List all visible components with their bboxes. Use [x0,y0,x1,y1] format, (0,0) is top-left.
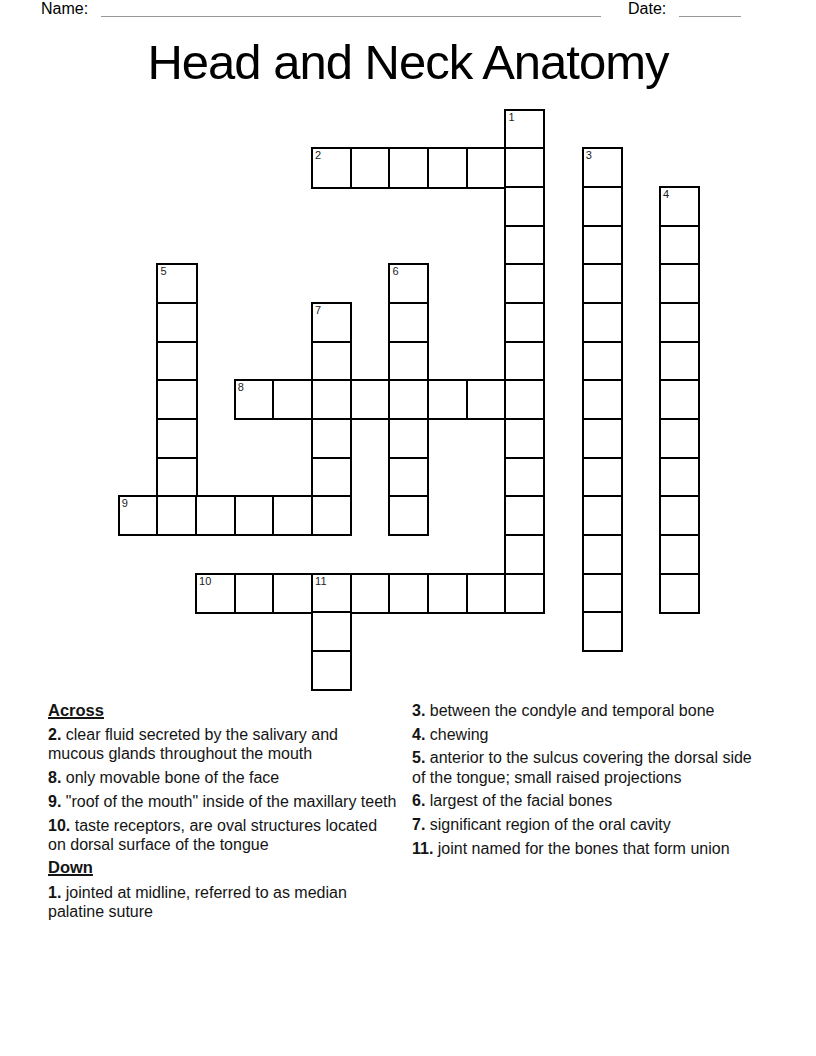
grid-cell-r1c6[interactable] [350,147,391,188]
grid-cell-r10c10[interactable] [504,495,545,536]
grid-cell-r12c9[interactable] [466,573,507,614]
grid-cell-r7c12[interactable] [582,379,623,420]
grid-cell-r1c10[interactable] [504,147,545,188]
grid-cell-r4c12[interactable] [582,263,623,304]
clue-across-9: 9. "roof of the mouth" inside of the max… [48,792,397,811]
grid-cell-r8c10[interactable] [504,418,545,459]
grid-cell-r12c8[interactable] [427,573,468,614]
down-heading: Down [48,858,397,877]
grid-cell-r4c14[interactable] [659,263,700,304]
grid-cell-r10c5[interactable] [311,495,352,536]
grid-cell-r9c7[interactable] [388,457,429,498]
grid-cell-r12c7[interactable] [388,573,429,614]
cell-number-1: 1 [508,111,514,123]
clue-number: 1. [48,884,61,901]
grid-cell-r12c4[interactable] [272,573,313,614]
cell-number-8: 8 [238,381,244,393]
grid-cell-r7c8[interactable] [427,379,468,420]
grid-cell-r6c14[interactable] [659,341,700,382]
crossword-grid: 1234567891011 [119,110,699,690]
grid-cell-r7c6[interactable] [350,379,391,420]
cell-number-3: 3 [586,149,592,161]
grid-cell-r1c9[interactable] [466,147,507,188]
date-label: Date: [628,0,666,18]
grid-cell-r11c10[interactable] [504,534,545,575]
across-heading: Across [48,701,397,720]
grid-cell-r10c2[interactable] [195,495,236,536]
clue-number: 5. [412,749,425,766]
grid-cell-r1c8[interactable] [427,147,468,188]
grid-cell-r5c1[interactable] [156,302,197,343]
grid-cell-r12c5[interactable]: 11 [311,573,352,614]
grid-cell-r9c12[interactable] [582,457,623,498]
grid-cell-r10c12[interactable] [582,495,623,536]
grid-cell-r12c6[interactable] [350,573,391,614]
grid-cell-r8c1[interactable] [156,418,197,459]
name-input-line[interactable] [101,1,601,17]
grid-cell-r7c7[interactable] [388,379,429,420]
grid-cell-r10c4[interactable] [272,495,313,536]
grid-cell-r3c12[interactable] [582,225,623,266]
grid-cell-r7c1[interactable] [156,379,197,420]
grid-cell-r7c5[interactable] [311,379,352,420]
clues-left-column: Across2. clear fluid secreted by the sal… [48,701,397,926]
grid-cell-r5c10[interactable] [504,302,545,343]
cell-number-6: 6 [392,265,398,277]
grid-cell-r7c4[interactable] [272,379,313,420]
grid-cell-r2c10[interactable] [504,186,545,227]
page-title: Head and Neck Anatomy [0,33,816,91]
grid-cell-r6c12[interactable] [582,341,623,382]
grid-cell-r4c7[interactable]: 6 [388,263,429,304]
clue-down-4: 4. chewing [412,725,764,744]
grid-cell-r12c10[interactable] [504,573,545,614]
grid-cell-r14c5[interactable] [311,650,352,691]
grid-cell-r10c3[interactable] [234,495,275,536]
grid-cell-r1c12[interactable]: 3 [582,147,623,188]
clue-number: 2. [48,726,61,743]
clue-down-6: 6. largest of the facial bones [412,791,764,810]
clue-down-11: 11. joint named for the bones that form … [412,839,764,858]
clue-number: 3. [412,702,425,719]
grid-cell-r12c14[interactable] [659,573,700,614]
grid-cell-r13c12[interactable] [582,611,623,652]
cell-number-4: 4 [663,188,669,200]
date-input-line[interactable] [679,1,741,17]
grid-cell-r5c14[interactable] [659,302,700,343]
clue-down-7: 7. significant region of the oral cavity [412,815,764,834]
clue-number: 4. [412,726,425,743]
grid-cell-r12c2[interactable]: 10 [195,573,236,614]
grid-cell-r3c14[interactable] [659,225,700,266]
grid-cell-r0c10[interactable]: 1 [504,109,545,150]
grid-cell-r11c14[interactable] [659,534,700,575]
cell-number-11: 11 [315,575,326,587]
grid-cell-r5c12[interactable] [582,302,623,343]
grid-cell-r10c7[interactable] [388,495,429,536]
clue-across-2: 2. clear fluid secreted by the salivary … [48,725,397,763]
grid-cell-r6c7[interactable] [388,341,429,382]
grid-cell-r9c1[interactable] [156,457,197,498]
grid-cell-r9c14[interactable] [659,457,700,498]
grid-cell-r10c14[interactable] [659,495,700,536]
clue-number: 10. [48,817,70,834]
grid-cell-r6c10[interactable] [504,341,545,382]
clue-across-10: 10. taste receptors, are oval structures… [48,816,397,854]
grid-cell-r10c1[interactable] [156,495,197,536]
grid-cell-r7c10[interactable] [504,379,545,420]
clue-number: 6. [412,792,425,809]
clue-number: 11. [412,840,433,857]
cell-number-9: 9 [122,497,128,509]
grid-cell-r2c12[interactable] [582,186,623,227]
grid-cell-r11c12[interactable] [582,534,623,575]
grid-cell-r8c5[interactable] [311,418,352,459]
clue-down-3: 3. between the condyle and temporal bone [412,701,764,720]
crossword-worksheet: Name: Date: Head and Neck Anatomy 123456… [0,0,816,1056]
grid-cell-r12c3[interactable] [234,573,275,614]
grid-cell-r2c14[interactable]: 4 [659,186,700,227]
grid-cell-r8c7[interactable] [388,418,429,459]
clue-number: 9. [48,793,61,810]
grid-cell-r1c7[interactable] [388,147,429,188]
grid-cell-r6c1[interactable] [156,341,197,382]
clue-number: 8. [48,769,61,786]
clue-across-8: 8. only movable bone of the face [48,768,397,787]
cell-number-10: 10 [199,575,211,587]
clue-down-5: 5. anterior to the sulcus covering the d… [412,748,764,786]
grid-cell-r9c5[interactable] [311,457,352,498]
grid-cell-r7c14[interactable] [659,379,700,420]
grid-cell-r10c0[interactable]: 9 [118,495,159,536]
grid-cell-r7c9[interactable] [466,379,507,420]
cell-number-5: 5 [160,265,166,277]
grid-cell-r12c12[interactable] [582,573,623,614]
grid-cell-r4c1[interactable]: 5 [156,263,197,304]
cell-number-7: 7 [315,304,321,316]
cell-number-2: 2 [315,149,321,161]
clues-right-column: 3. between the condyle and temporal bone… [412,701,764,862]
grid-cell-r5c5[interactable]: 7 [311,302,352,343]
grid-cell-r9c10[interactable] [504,457,545,498]
grid-cell-r5c7[interactable] [388,302,429,343]
clue-number: 7. [412,816,425,833]
grid-cell-r8c14[interactable] [659,418,700,459]
grid-cell-r13c5[interactable] [311,611,352,652]
grid-cell-r3c10[interactable] [504,225,545,266]
grid-cell-r7c3[interactable]: 8 [234,379,275,420]
grid-cell-r8c12[interactable] [582,418,623,459]
grid-cell-r4c10[interactable] [504,263,545,304]
grid-cell-r1c5[interactable]: 2 [311,147,352,188]
grid-cell-r6c5[interactable] [311,341,352,382]
name-label: Name: [41,0,88,18]
clue-down-1: 1. jointed at midline, referred to as me… [48,883,397,921]
